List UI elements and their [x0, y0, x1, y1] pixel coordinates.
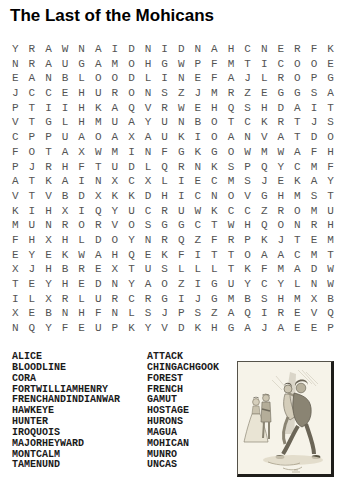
grid-cell-r5c17[interactable]: D	[273, 101, 290, 116]
grid-cell-r17c19[interactable]: N	[306, 277, 323, 292]
grid-cell-r3c6[interactable]: O	[90, 71, 107, 86]
grid-cell-r10c7[interactable]: X	[107, 174, 124, 189]
grid-cell-r13c9[interactable]: S	[140, 218, 157, 233]
grid-cell-r20c7[interactable]: P	[107, 321, 124, 336]
grid-cell-r10c9[interactable]: X	[140, 174, 157, 189]
grid-cell-r19c8[interactable]: L	[123, 306, 140, 321]
grid-cell-r4c15[interactable]: Z	[239, 86, 256, 101]
grid-cell-r10c10[interactable]: L	[156, 174, 173, 189]
grid-cell-r7c10[interactable]: U	[156, 130, 173, 145]
grid-cell-r19c14[interactable]: A	[223, 306, 240, 321]
grid-cell-r12c1[interactable]: K	[7, 204, 24, 219]
grid-cell-r12c12[interactable]: W	[190, 204, 207, 219]
grid-cell-r4c4[interactable]: E	[57, 86, 74, 101]
grid-cell-r16c6[interactable]: E	[90, 262, 107, 277]
grid-cell-r18c9[interactable]: R	[140, 292, 157, 307]
grid-cell-r7c5[interactable]: A	[73, 130, 90, 145]
grid-cell-r10c11[interactable]: I	[173, 174, 190, 189]
grid-cell-r20c2[interactable]: Q	[24, 321, 41, 336]
grid-cell-r9c14[interactable]: S	[223, 160, 240, 175]
grid-cell-r1c1[interactable]: Y	[7, 42, 24, 57]
grid-cell-r13c18[interactable]: N	[289, 218, 306, 233]
grid-cell-r2c9[interactable]: H	[140, 57, 157, 72]
grid-cell-r14c10[interactable]: R	[156, 233, 173, 248]
grid-cell-r13c15[interactable]: H	[239, 218, 256, 233]
grid-cell-r8c1[interactable]: F	[7, 145, 24, 160]
grid-cell-r10c3[interactable]: K	[40, 174, 57, 189]
grid-cell-r6c20[interactable]: S	[322, 115, 339, 130]
grid-cell-r12c14[interactable]: C	[223, 204, 240, 219]
grid-cell-r16c14[interactable]: T	[223, 262, 240, 277]
grid-cell-r13c11[interactable]: G	[173, 218, 190, 233]
grid-cell-r18c2[interactable]: L	[24, 292, 41, 307]
grid-cell-r20c18[interactable]: E	[289, 321, 306, 336]
grid-cell-r4c17[interactable]: G	[273, 86, 290, 101]
grid-cell-r19c20[interactable]: Q	[322, 306, 339, 321]
grid-cell-r16c11[interactable]: L	[173, 262, 190, 277]
grid-cell-r19c5[interactable]: H	[73, 306, 90, 321]
grid-cell-r6c17[interactable]: R	[273, 115, 290, 130]
grid-cell-r1c18[interactable]: R	[289, 42, 306, 57]
grid-cell-r19c7[interactable]: N	[107, 306, 124, 321]
grid-cell-r9c7[interactable]: U	[107, 160, 124, 175]
grid-cell-r4c2[interactable]: C	[24, 86, 41, 101]
grid-cell-r2c15[interactable]: T	[239, 57, 256, 72]
grid-cell-r5c8[interactable]: Q	[123, 101, 140, 116]
grid-cell-r20c6[interactable]: U	[90, 321, 107, 336]
grid-cell-r2c18[interactable]: O	[289, 57, 306, 72]
grid-cell-r6c14[interactable]: T	[223, 115, 240, 130]
grid-cell-r11c7[interactable]: K	[107, 189, 124, 204]
grid-cell-r17c6[interactable]: D	[90, 277, 107, 292]
grid-cell-r15c20[interactable]: T	[322, 248, 339, 263]
grid-cell-r6c6[interactable]: M	[90, 115, 107, 130]
grid-cell-r10c19[interactable]: A	[306, 174, 323, 189]
grid-cell-r13c10[interactable]: G	[156, 218, 173, 233]
grid-cell-r18c20[interactable]: B	[322, 292, 339, 307]
grid-cell-r14c13[interactable]: F	[206, 233, 223, 248]
grid-cell-r17c18[interactable]: L	[289, 277, 306, 292]
grid-cell-r17c4[interactable]: H	[57, 277, 74, 292]
grid-cell-r8c8[interactable]: I	[123, 145, 140, 160]
grid-cell-r5c13[interactable]: H	[206, 101, 223, 116]
grid-cell-r6c11[interactable]: N	[173, 115, 190, 130]
grid-cell-r15c17[interactable]: A	[273, 248, 290, 263]
grid-cell-r5c7[interactable]: A	[107, 101, 124, 116]
grid-cell-r7c6[interactable]: O	[90, 130, 107, 145]
grid-cell-r15c14[interactable]: T	[223, 248, 240, 263]
grid-cell-r1c16[interactable]: N	[256, 42, 273, 57]
grid-cell-r7c17[interactable]: A	[273, 130, 290, 145]
grid-cell-r20c11[interactable]: D	[173, 321, 190, 336]
grid-cell-r3c19[interactable]: P	[306, 71, 323, 86]
grid-cell-r8c5[interactable]: X	[73, 145, 90, 160]
grid-cell-r20c8[interactable]: K	[123, 321, 140, 336]
grid-cell-r3c10[interactable]: I	[156, 71, 173, 86]
grid-cell-r8c13[interactable]: G	[206, 145, 223, 160]
grid-cell-r5c12[interactable]: E	[190, 101, 207, 116]
grid-cell-r17c16[interactable]: C	[256, 277, 273, 292]
grid-cell-r16c15[interactable]: K	[239, 262, 256, 277]
grid-cell-r19c6[interactable]: F	[90, 306, 107, 321]
grid-cell-r20c14[interactable]: G	[223, 321, 240, 336]
grid-cell-r16c19[interactable]: D	[306, 262, 323, 277]
grid-cell-r18c11[interactable]: I	[173, 292, 190, 307]
grid-cell-r11c16[interactable]: G	[256, 189, 273, 204]
grid-cell-r8c18[interactable]: A	[289, 145, 306, 160]
grid-cell-r2c12[interactable]: P	[190, 57, 207, 72]
grid-cell-r5c19[interactable]: I	[306, 101, 323, 116]
grid-cell-r8c10[interactable]: F	[156, 145, 173, 160]
grid-cell-r14c18[interactable]: T	[289, 233, 306, 248]
grid-cell-r18c13[interactable]: G	[206, 292, 223, 307]
grid-cell-r12c8[interactable]: U	[123, 204, 140, 219]
grid-cell-r15c16[interactable]: A	[256, 248, 273, 263]
grid-cell-r10c12[interactable]: E	[190, 174, 207, 189]
grid-cell-r10c13[interactable]: C	[206, 174, 223, 189]
grid-cell-r7c4[interactable]: U	[57, 130, 74, 145]
grid-cell-r14c19[interactable]: E	[306, 233, 323, 248]
grid-cell-r9c17[interactable]: Y	[273, 160, 290, 175]
grid-cell-r20c16[interactable]: J	[256, 321, 273, 336]
grid-cell-r3c12[interactable]: E	[190, 71, 207, 86]
grid-cell-r18c17[interactable]: H	[273, 292, 290, 307]
grid-cell-r14c4[interactable]: H	[57, 233, 74, 248]
grid-cell-r18c1[interactable]: I	[7, 292, 24, 307]
grid-cell-r11c4[interactable]: B	[57, 189, 74, 204]
grid-cell-r9c2[interactable]: J	[24, 160, 41, 175]
grid-cell-r1c17[interactable]: E	[273, 42, 290, 57]
grid-cell-r1c14[interactable]: H	[223, 42, 240, 57]
grid-cell-r14c6[interactable]: D	[90, 233, 107, 248]
grid-cell-r14c1[interactable]: F	[7, 233, 24, 248]
grid-cell-r1c8[interactable]: D	[123, 42, 140, 57]
grid-cell-r2c16[interactable]: I	[256, 57, 273, 72]
grid-cell-r20c13[interactable]: H	[206, 321, 223, 336]
grid-cell-r19c12[interactable]: S	[190, 306, 207, 321]
grid-cell-r20c15[interactable]: A	[239, 321, 256, 336]
grid-cell-r11c11[interactable]: I	[173, 189, 190, 204]
grid-cell-r15c13[interactable]: T	[206, 248, 223, 263]
grid-cell-r9c4[interactable]: H	[57, 160, 74, 175]
grid-cell-r16c4[interactable]: B	[57, 262, 74, 277]
grid-cell-r12c2[interactable]: I	[24, 204, 41, 219]
grid-cell-r18c6[interactable]: U	[90, 292, 107, 307]
grid-cell-r13c14[interactable]: W	[223, 218, 240, 233]
grid-cell-r17c14[interactable]: U	[223, 277, 240, 292]
grid-cell-r6c9[interactable]: Y	[140, 115, 157, 130]
grid-cell-r15c5[interactable]: W	[73, 248, 90, 263]
grid-cell-r9c3[interactable]: R	[40, 160, 57, 175]
grid-cell-r15c7[interactable]: H	[107, 248, 124, 263]
grid-cell-r8c14[interactable]: O	[223, 145, 240, 160]
grid-cell-r11c5[interactable]: D	[73, 189, 90, 204]
grid-cell-r17c3[interactable]: Y	[40, 277, 57, 292]
grid-cell-r12c10[interactable]: R	[156, 204, 173, 219]
grid-cell-r4c7[interactable]: R	[107, 86, 124, 101]
grid-cell-r1c12[interactable]: N	[190, 42, 207, 57]
grid-cell-r12c9[interactable]: C	[140, 204, 157, 219]
grid-cell-r1c9[interactable]: N	[140, 42, 157, 57]
grid-cell-r20c20[interactable]: P	[322, 321, 339, 336]
grid-cell-r9c5[interactable]: F	[73, 160, 90, 175]
grid-cell-r20c5[interactable]: E	[73, 321, 90, 336]
grid-cell-r12c17[interactable]: R	[273, 204, 290, 219]
grid-cell-r12c18[interactable]: O	[289, 204, 306, 219]
grid-cell-r11c18[interactable]: M	[289, 189, 306, 204]
grid-cell-r16c2[interactable]: J	[24, 262, 41, 277]
grid-cell-r6c12[interactable]: B	[190, 115, 207, 130]
grid-cell-r18c12[interactable]: J	[190, 292, 207, 307]
grid-cell-r16c7[interactable]: X	[107, 262, 124, 277]
grid-cell-r18c19[interactable]: X	[306, 292, 323, 307]
grid-cell-r13c3[interactable]: N	[40, 218, 57, 233]
grid-cell-r10c20[interactable]: Y	[322, 174, 339, 189]
grid-cell-r11c8[interactable]: K	[123, 189, 140, 204]
grid-cell-r2c3[interactable]: A	[40, 57, 57, 72]
grid-cell-r13c5[interactable]: O	[73, 218, 90, 233]
grid-cell-r8c17[interactable]: W	[273, 145, 290, 160]
grid-cell-r3c11[interactable]: N	[173, 71, 190, 86]
grid-cell-r5c5[interactable]: H	[73, 101, 90, 116]
grid-cell-r13c13[interactable]: T	[206, 218, 223, 233]
grid-cell-r18c3[interactable]: X	[40, 292, 57, 307]
grid-cell-r12c11[interactable]: U	[173, 204, 190, 219]
grid-cell-r15c11[interactable]: F	[173, 248, 190, 263]
grid-cell-r5c14[interactable]: Q	[223, 101, 240, 116]
grid-cell-r9c20[interactable]: F	[322, 160, 339, 175]
grid-cell-r18c7[interactable]: R	[107, 292, 124, 307]
grid-cell-r13c7[interactable]: V	[107, 218, 124, 233]
grid-cell-r15c12[interactable]: I	[190, 248, 207, 263]
grid-cell-r13c17[interactable]: O	[273, 218, 290, 233]
grid-cell-r12c19[interactable]: M	[306, 204, 323, 219]
grid-cell-r4c13[interactable]: M	[206, 86, 223, 101]
grid-cell-r19c1[interactable]: X	[7, 306, 24, 321]
grid-cell-r5c16[interactable]: H	[256, 101, 273, 116]
grid-cell-r16c12[interactable]: L	[190, 262, 207, 277]
grid-cell-r17c10[interactable]: O	[156, 277, 173, 292]
grid-cell-r7c3[interactable]: P	[40, 130, 57, 145]
grid-cell-r4c14[interactable]: R	[223, 86, 240, 101]
grid-cell-r7c16[interactable]: V	[256, 130, 273, 145]
grid-cell-r19c9[interactable]: S	[140, 306, 157, 321]
grid-cell-r6c8[interactable]: A	[123, 115, 140, 130]
grid-cell-r8c9[interactable]: N	[140, 145, 157, 160]
grid-cell-r19c19[interactable]: V	[306, 306, 323, 321]
grid-cell-r13c19[interactable]: R	[306, 218, 323, 233]
grid-cell-r6c13[interactable]: O	[206, 115, 223, 130]
grid-cell-r13c2[interactable]: U	[24, 218, 41, 233]
grid-cell-r2c5[interactable]: G	[73, 57, 90, 72]
grid-cell-r13c12[interactable]: C	[190, 218, 207, 233]
grid-cell-r5c15[interactable]: S	[239, 101, 256, 116]
grid-cell-r4c16[interactable]: E	[256, 86, 273, 101]
grid-cell-r14c9[interactable]: N	[140, 233, 157, 248]
grid-cell-r6c7[interactable]: U	[107, 115, 124, 130]
grid-cell-r15c18[interactable]: C	[289, 248, 306, 263]
grid-cell-r10c15[interactable]: S	[239, 174, 256, 189]
grid-cell-r20c4[interactable]: F	[57, 321, 74, 336]
grid-cell-r9c11[interactable]: R	[173, 160, 190, 175]
grid-cell-r1c7[interactable]: I	[107, 42, 124, 57]
grid-cell-r17c2[interactable]: E	[24, 277, 41, 292]
grid-cell-r9c16[interactable]: Q	[256, 160, 273, 175]
grid-cell-r1c19[interactable]: F	[306, 42, 323, 57]
grid-cell-r2c4[interactable]: U	[57, 57, 74, 72]
grid-cell-r17c17[interactable]: Y	[273, 277, 290, 292]
grid-cell-r8c15[interactable]: W	[239, 145, 256, 160]
grid-cell-r4c18[interactable]: G	[289, 86, 306, 101]
grid-cell-r3c16[interactable]: L	[256, 71, 273, 86]
grid-cell-r12c20[interactable]: U	[322, 204, 339, 219]
grid-cell-r12c13[interactable]: K	[206, 204, 223, 219]
grid-cell-r8c11[interactable]: G	[173, 145, 190, 160]
grid-cell-r19c17[interactable]: R	[273, 306, 290, 321]
grid-cell-r10c1[interactable]: A	[7, 174, 24, 189]
grid-cell-r13c1[interactable]: M	[7, 218, 24, 233]
grid-cell-r7c8[interactable]: X	[123, 130, 140, 145]
grid-cell-r20c1[interactable]: N	[7, 321, 24, 336]
grid-cell-r12c16[interactable]: Z	[256, 204, 273, 219]
grid-cell-r7c18[interactable]: T	[289, 130, 306, 145]
grid-cell-r7c13[interactable]: O	[206, 130, 223, 145]
grid-cell-r1c11[interactable]: D	[173, 42, 190, 57]
grid-cell-r2c7[interactable]: M	[107, 57, 124, 72]
grid-cell-r6c16[interactable]: K	[256, 115, 273, 130]
grid-cell-r1c6[interactable]: A	[90, 42, 107, 57]
grid-cell-r16c1[interactable]: X	[7, 262, 24, 277]
grid-cell-r1c10[interactable]: I	[156, 42, 173, 57]
grid-cell-r2c11[interactable]: W	[173, 57, 190, 72]
grid-cell-r6c18[interactable]: T	[289, 115, 306, 130]
grid-cell-r9c9[interactable]: L	[140, 160, 157, 175]
grid-cell-r2c14[interactable]: M	[223, 57, 240, 72]
grid-cell-r4c11[interactable]: Z	[173, 86, 190, 101]
grid-cell-r14c20[interactable]: M	[322, 233, 339, 248]
grid-cell-r17c8[interactable]: Y	[123, 277, 140, 292]
grid-cell-r3c9[interactable]: L	[140, 71, 157, 86]
grid-cell-r20c10[interactable]: V	[156, 321, 173, 336]
grid-cell-r19c15[interactable]: Q	[239, 306, 256, 321]
grid-cell-r17c12[interactable]: I	[190, 277, 207, 292]
grid-cell-r9c12[interactable]: N	[190, 160, 207, 175]
grid-cell-r4c1[interactable]: J	[7, 86, 24, 101]
grid-cell-r18c15[interactable]: B	[239, 292, 256, 307]
grid-cell-r12c6[interactable]: Q	[90, 204, 107, 219]
grid-cell-r5c10[interactable]: R	[156, 101, 173, 116]
grid-cell-r17c9[interactable]: A	[140, 277, 157, 292]
grid-cell-r15c15[interactable]: O	[239, 248, 256, 263]
grid-cell-r16c3[interactable]: H	[40, 262, 57, 277]
grid-cell-r14c15[interactable]: P	[239, 233, 256, 248]
grid-cell-r11c17[interactable]: H	[273, 189, 290, 204]
grid-cell-r1c4[interactable]: W	[57, 42, 74, 57]
grid-cell-r6c5[interactable]: H	[73, 115, 90, 130]
grid-cell-r10c14[interactable]: M	[223, 174, 240, 189]
grid-cell-r17c15[interactable]: Y	[239, 277, 256, 292]
grid-cell-r15c10[interactable]: K	[156, 248, 173, 263]
grid-cell-r3c5[interactable]: L	[73, 71, 90, 86]
grid-cell-r15c8[interactable]: Q	[123, 248, 140, 263]
grid-cell-r4c6[interactable]: U	[90, 86, 107, 101]
grid-cell-r4c3[interactable]: C	[40, 86, 57, 101]
grid-cell-r8c3[interactable]: T	[40, 145, 57, 160]
grid-cell-r11c3[interactable]: V	[40, 189, 57, 204]
grid-cell-r2c6[interactable]: A	[90, 57, 107, 72]
grid-cell-r15c1[interactable]: E	[7, 248, 24, 263]
grid-cell-r16c10[interactable]: S	[156, 262, 173, 277]
grid-cell-r10c8[interactable]: C	[123, 174, 140, 189]
grid-cell-r1c13[interactable]: A	[206, 42, 223, 57]
grid-cell-r15c4[interactable]: K	[57, 248, 74, 263]
grid-cell-r14c11[interactable]: Q	[173, 233, 190, 248]
grid-cell-r18c5[interactable]: L	[73, 292, 90, 307]
grid-cell-r2c17[interactable]: C	[273, 57, 290, 72]
grid-cell-r7c15[interactable]: N	[239, 130, 256, 145]
grid-cell-r1c3[interactable]: A	[40, 42, 57, 57]
grid-cell-r10c2[interactable]: T	[24, 174, 41, 189]
grid-cell-r10c6[interactable]: N	[90, 174, 107, 189]
grid-cell-r14c16[interactable]: K	[256, 233, 273, 248]
grid-cell-r2c19[interactable]: O	[306, 57, 323, 72]
grid-cell-r15c6[interactable]: A	[90, 248, 107, 263]
grid-cell-r8c12[interactable]: K	[190, 145, 207, 160]
grid-cell-r4c5[interactable]: H	[73, 86, 90, 101]
grid-cell-r7c2[interactable]: P	[24, 130, 41, 145]
grid-cell-r5c9[interactable]: V	[140, 101, 157, 116]
grid-cell-r4c12[interactable]: J	[190, 86, 207, 101]
grid-cell-r17c13[interactable]: G	[206, 277, 223, 292]
grid-cell-r17c5[interactable]: E	[73, 277, 90, 292]
grid-cell-r7c1[interactable]: C	[7, 130, 24, 145]
grid-cell-r5c20[interactable]: T	[322, 101, 339, 116]
grid-cell-r3c1[interactable]: E	[7, 71, 24, 86]
grid-cell-r7c7[interactable]: A	[107, 130, 124, 145]
grid-cell-r16c8[interactable]: T	[123, 262, 140, 277]
grid-cell-r18c4[interactable]: R	[57, 292, 74, 307]
grid-cell-r19c18[interactable]: E	[289, 306, 306, 321]
grid-cell-r5c1[interactable]: P	[7, 101, 24, 116]
grid-cell-r7c14[interactable]: A	[223, 130, 240, 145]
grid-cell-r14c3[interactable]: X	[40, 233, 57, 248]
grid-cell-r1c20[interactable]: K	[322, 42, 339, 57]
grid-cell-r19c10[interactable]: J	[156, 306, 173, 321]
grid-cell-r7c11[interactable]: K	[173, 130, 190, 145]
grid-cell-r3c17[interactable]: R	[273, 71, 290, 86]
grid-cell-r3c18[interactable]: O	[289, 71, 306, 86]
grid-cell-r6c10[interactable]: U	[156, 115, 173, 130]
grid-cell-r10c5[interactable]: I	[73, 174, 90, 189]
grid-cell-r4c10[interactable]: S	[156, 86, 173, 101]
grid-cell-r11c2[interactable]: T	[24, 189, 41, 204]
grid-cell-r7c9[interactable]: A	[140, 130, 157, 145]
grid-cell-r3c3[interactable]: N	[40, 71, 57, 86]
grid-cell-r2c13[interactable]: F	[206, 57, 223, 72]
grid-cell-r13c20[interactable]: H	[322, 218, 339, 233]
grid-cell-r15c9[interactable]: E	[140, 248, 157, 263]
grid-cell-r12c7[interactable]: Y	[107, 204, 124, 219]
grid-cell-r2c20[interactable]: E	[322, 57, 339, 72]
grid-cell-r9c18[interactable]: C	[289, 160, 306, 175]
grid-cell-r16c20[interactable]: W	[322, 262, 339, 277]
grid-cell-r3c15[interactable]: J	[239, 71, 256, 86]
grid-cell-r2c1[interactable]: N	[7, 57, 24, 72]
grid-cell-r16c5[interactable]: R	[73, 262, 90, 277]
grid-cell-r9c6[interactable]: T	[90, 160, 107, 175]
grid-cell-r12c3[interactable]: H	[40, 204, 57, 219]
grid-cell-r19c11[interactable]: P	[173, 306, 190, 321]
